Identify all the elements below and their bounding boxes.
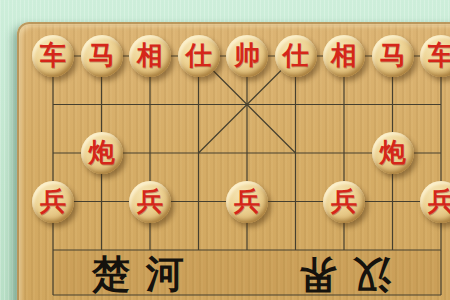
piece-red-chariot[interactable]: 车 — [420, 35, 450, 77]
piece-glyph: 马 — [89, 42, 115, 68]
piece-glyph: 仕 — [283, 42, 309, 68]
piece-glyph: 相 — [137, 42, 163, 68]
piece-red-advisor[interactable]: 仕 — [275, 35, 317, 77]
piece-glyph: 炮 — [89, 139, 115, 165]
piece-red-elephant[interactable]: 相 — [323, 35, 365, 77]
piece-red-horse[interactable]: 马 — [372, 35, 414, 77]
piece-glyph: 帅 — [234, 42, 260, 68]
piece-glyph: 车 — [40, 42, 66, 68]
screenshot-canvas: 楚河 汉界 车马相仕帅仕相马车炮炮兵兵兵兵兵 — [0, 0, 450, 300]
piece-glyph: 兵 — [234, 188, 260, 214]
piece-red-general[interactable]: 帅 — [226, 35, 268, 77]
piece-red-soldier[interactable]: 兵 — [420, 181, 450, 223]
piece-red-soldier[interactable]: 兵 — [32, 181, 74, 223]
piece-red-cannon[interactable]: 炮 — [81, 132, 123, 174]
piece-red-soldier[interactable]: 兵 — [226, 181, 268, 223]
piece-red-elephant[interactable]: 相 — [129, 35, 171, 77]
piece-glyph: 兵 — [331, 188, 357, 214]
piece-glyph: 仕 — [186, 42, 212, 68]
piece-glyph: 兵 — [40, 188, 66, 214]
piece-red-soldier[interactable]: 兵 — [323, 181, 365, 223]
piece-glyph: 马 — [380, 42, 406, 68]
piece-red-chariot[interactable]: 车 — [32, 35, 74, 77]
piece-red-cannon[interactable]: 炮 — [372, 132, 414, 174]
piece-red-soldier[interactable]: 兵 — [129, 181, 171, 223]
piece-glyph: 车 — [428, 42, 450, 68]
pieces-layer: 车马相仕帅仕相马车炮炮兵兵兵兵兵 — [29, 32, 450, 275]
piece-glyph: 相 — [331, 42, 357, 68]
piece-red-advisor[interactable]: 仕 — [178, 35, 220, 77]
piece-glyph: 兵 — [428, 188, 450, 214]
piece-red-horse[interactable]: 马 — [81, 35, 123, 77]
piece-glyph: 炮 — [380, 139, 406, 165]
piece-glyph: 兵 — [137, 188, 163, 214]
